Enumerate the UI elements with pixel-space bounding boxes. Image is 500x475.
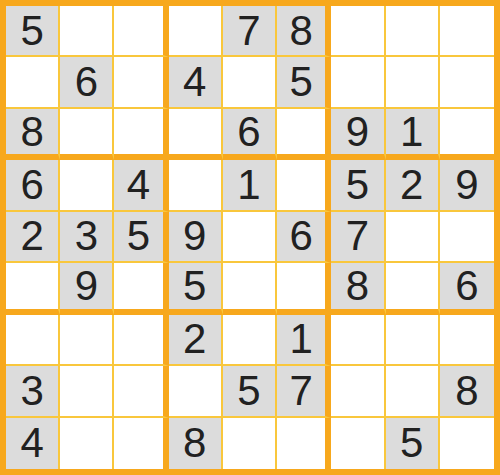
cell-r4c6-empty[interactable] xyxy=(277,160,331,211)
cell-r1c7-empty[interactable] xyxy=(331,6,385,57)
cell-r5c2-given[interactable]: 3 xyxy=(60,212,114,263)
cell-r2c7-empty[interactable] xyxy=(331,57,385,108)
cell-r6c3-empty[interactable] xyxy=(114,263,168,314)
cell-r3c5-given[interactable]: 6 xyxy=(223,109,277,160)
cell-r3c7-given[interactable]: 9 xyxy=(331,109,385,160)
cell-r2c4-given[interactable]: 4 xyxy=(169,57,223,108)
cell-r8c3-empty[interactable] xyxy=(114,366,168,417)
cell-r4c1-given[interactable]: 6 xyxy=(6,160,60,211)
cell-r7c2-empty[interactable] xyxy=(60,315,114,366)
cell-r2c2-given[interactable]: 6 xyxy=(60,57,114,108)
cell-r7c5-empty[interactable] xyxy=(223,315,277,366)
cell-r7c1-empty[interactable] xyxy=(6,315,60,366)
cell-r5c8-empty[interactable] xyxy=(386,212,440,263)
cell-r6c6-empty[interactable] xyxy=(277,263,331,314)
cell-r4c2-empty[interactable] xyxy=(60,160,114,211)
cell-r3c4-empty[interactable] xyxy=(169,109,223,160)
cell-r3c6-empty[interactable] xyxy=(277,109,331,160)
cell-r9c8-given[interactable]: 5 xyxy=(386,418,440,469)
cell-r7c8-empty[interactable] xyxy=(386,315,440,366)
cell-r8c8-empty[interactable] xyxy=(386,366,440,417)
cell-r5c5-empty[interactable] xyxy=(223,212,277,263)
cell-r4c9-given[interactable]: 9 xyxy=(440,160,494,211)
cell-r7c3-empty[interactable] xyxy=(114,315,168,366)
cell-r6c9-given[interactable]: 6 xyxy=(440,263,494,314)
cell-r4c3-given[interactable]: 4 xyxy=(114,160,168,211)
cell-r9c2-empty[interactable] xyxy=(60,418,114,469)
cell-r6c7-given[interactable]: 8 xyxy=(331,263,385,314)
cell-r4c7-given[interactable]: 5 xyxy=(331,160,385,211)
cell-r4c5-given[interactable]: 1 xyxy=(223,160,277,211)
cell-r1c5-given[interactable]: 7 xyxy=(223,6,277,57)
cell-r1c2-empty[interactable] xyxy=(60,6,114,57)
cell-r5c7-given[interactable]: 7 xyxy=(331,212,385,263)
cell-r2c8-empty[interactable] xyxy=(386,57,440,108)
cell-r2c1-empty[interactable] xyxy=(6,57,60,108)
cell-r2c3-empty[interactable] xyxy=(114,57,168,108)
cell-r4c8-given[interactable]: 2 xyxy=(386,160,440,211)
cell-r3c8-given[interactable]: 1 xyxy=(386,109,440,160)
cell-r1c1-given[interactable]: 5 xyxy=(6,6,60,57)
cell-r8c9-given[interactable]: 8 xyxy=(440,366,494,417)
cell-r9c3-empty[interactable] xyxy=(114,418,168,469)
cell-r6c2-given[interactable]: 9 xyxy=(60,263,114,314)
cell-r6c1-empty[interactable] xyxy=(6,263,60,314)
cell-r7c6-given[interactable]: 1 xyxy=(277,315,331,366)
sudoku-puzzle: 57864586916415292359679586213578485 xyxy=(0,0,500,475)
cell-r9c4-given[interactable]: 8 xyxy=(169,418,223,469)
cell-r3c9-empty[interactable] xyxy=(440,109,494,160)
cell-r5c6-given[interactable]: 6 xyxy=(277,212,331,263)
cell-r3c2-empty[interactable] xyxy=(60,109,114,160)
cell-r2c6-given[interactable]: 5 xyxy=(277,57,331,108)
cell-r1c3-empty[interactable] xyxy=(114,6,168,57)
cell-r1c6-given[interactable]: 8 xyxy=(277,6,331,57)
cell-r3c1-given[interactable]: 8 xyxy=(6,109,60,160)
cell-r8c6-given[interactable]: 7 xyxy=(277,366,331,417)
cell-r9c5-empty[interactable] xyxy=(223,418,277,469)
cell-r1c4-empty[interactable] xyxy=(169,6,223,57)
cell-r7c7-empty[interactable] xyxy=(331,315,385,366)
cell-r5c4-given[interactable]: 9 xyxy=(169,212,223,263)
cell-r5c1-given[interactable]: 2 xyxy=(6,212,60,263)
cell-r5c3-given[interactable]: 5 xyxy=(114,212,168,263)
cell-r8c5-given[interactable]: 5 xyxy=(223,366,277,417)
cell-r5c9-empty[interactable] xyxy=(440,212,494,263)
cell-r2c5-empty[interactable] xyxy=(223,57,277,108)
cell-r4c4-empty[interactable] xyxy=(169,160,223,211)
cell-r7c9-empty[interactable] xyxy=(440,315,494,366)
cell-r9c1-given[interactable]: 4 xyxy=(6,418,60,469)
cell-r6c8-empty[interactable] xyxy=(386,263,440,314)
sudoku-board: 57864586916415292359679586213578485 xyxy=(0,0,500,475)
cell-r8c7-empty[interactable] xyxy=(331,366,385,417)
cell-r2c9-empty[interactable] xyxy=(440,57,494,108)
cell-r8c4-empty[interactable] xyxy=(169,366,223,417)
cell-r9c6-empty[interactable] xyxy=(277,418,331,469)
cell-r1c8-empty[interactable] xyxy=(386,6,440,57)
cell-r6c4-given[interactable]: 5 xyxy=(169,263,223,314)
cell-r9c7-empty[interactable] xyxy=(331,418,385,469)
cell-r8c2-empty[interactable] xyxy=(60,366,114,417)
cell-r7c4-given[interactable]: 2 xyxy=(169,315,223,366)
cell-r8c1-given[interactable]: 3 xyxy=(6,366,60,417)
cell-r9c9-empty[interactable] xyxy=(440,418,494,469)
cell-r6c5-empty[interactable] xyxy=(223,263,277,314)
cell-r3c3-empty[interactable] xyxy=(114,109,168,160)
cell-r1c9-empty[interactable] xyxy=(440,6,494,57)
